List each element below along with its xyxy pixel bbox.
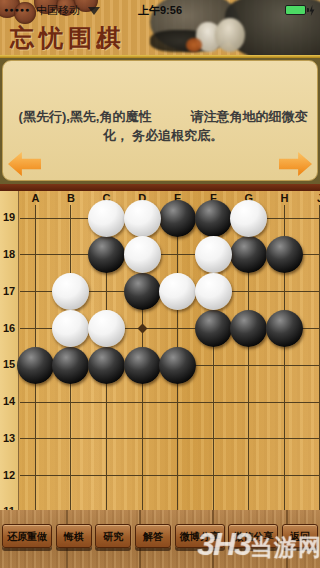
stone-white-D18 (124, 236, 161, 273)
grid-line-horizontal (20, 402, 320, 403)
stone-black-F19 (195, 200, 232, 237)
grid-line-horizontal (20, 438, 320, 439)
row-label: 16 (0, 322, 18, 334)
stone-white-C16 (88, 310, 125, 347)
site-watermark: 3H3当游网 (197, 526, 320, 563)
wood-grain (0, 184, 320, 510)
battery-icon (285, 5, 306, 15)
stone-white-F18 (195, 236, 232, 273)
ink-painting-figure2 (215, 18, 245, 52)
row-label-strip (0, 191, 19, 510)
title-dot-decoration (96, 44, 101, 49)
stone-white-G19 (230, 200, 267, 237)
grid-line-horizontal (20, 475, 320, 476)
stone-black-H16 (266, 310, 303, 347)
stone-black-F16 (195, 310, 232, 347)
stone-black-C15 (88, 347, 125, 384)
puzzle-description: (黑先行),黑先,角的魔性 请注意角地的细微变化， 务必追根究底。 (11, 107, 315, 145)
column-label: A (27, 192, 43, 204)
go-board[interactable]: ABCDEFGHJ191817161514131211 (0, 184, 320, 510)
puzzle-panel-zone: (黑先行),黑先,角的魔性 请注意角地的细微变化， 务必追根究底。 (0, 58, 320, 184)
stone-black-E15 (159, 347, 196, 384)
toolbar-button-2[interactable]: 悔棋 (56, 524, 92, 548)
toolbar-button-1[interactable]: 还原重做 (2, 524, 52, 548)
status-time: 上午9:56 (0, 0, 320, 20)
toolbar-button-4[interactable]: 解答 (135, 524, 171, 548)
row-label: 14 (0, 395, 18, 407)
app-screen: ●●●●● 中国移动 上午9:56 忘忧围棋 (黑先行),黑先,角的魔性 请注意… (0, 0, 320, 568)
stone-white-F17 (195, 273, 232, 310)
column-label: B (63, 192, 79, 204)
stone-black-E19 (159, 200, 196, 237)
column-label: H (276, 192, 292, 204)
stone-white-C19 (88, 200, 125, 237)
watermark-logo: 3H3 (197, 526, 250, 562)
watermark-site-name: 当游网 (250, 534, 320, 560)
row-label: 13 (0, 432, 18, 444)
status-bar: ●●●●● 中国移动 上午9:56 (0, 0, 320, 20)
bottom-toolbar: 还原重做悔棋研究解答微博分享微信分享返回 3H3当游网 (0, 510, 320, 568)
row-label: 19 (0, 211, 18, 223)
ink-painting-accent (186, 38, 202, 52)
stone-black-D17 (124, 273, 161, 310)
column-label: J (312, 192, 320, 204)
row-label: 18 (0, 248, 18, 260)
toolbar-button-3[interactable]: 研究 (95, 524, 131, 548)
stone-black-A15 (17, 347, 54, 384)
stone-black-D15 (124, 347, 161, 384)
stone-white-D19 (124, 200, 161, 237)
row-label: 12 (0, 469, 18, 481)
app-title: 忘忧围棋 (10, 22, 126, 54)
gold-divider (0, 55, 320, 58)
grid-line-vertical (319, 205, 320, 510)
prev-problem-arrow-button[interactable] (8, 152, 41, 176)
row-label: 15 (0, 358, 18, 370)
next-problem-arrow-button[interactable] (279, 152, 312, 176)
puzzle-panel: (黑先行),黑先,角的魔性 请注意角地的细微变化， 务必追根究底。 (2, 60, 318, 181)
board-top-frame (0, 184, 320, 191)
row-label: 17 (0, 285, 18, 297)
